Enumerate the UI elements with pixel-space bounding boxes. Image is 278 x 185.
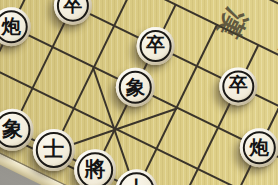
piece-black-卒[interactable]: 卒: [219, 67, 257, 105]
piece-ring: 士: [119, 172, 155, 185]
piece-ring: 炮: [0, 10, 28, 43]
piece-black-象[interactable]: 象: [116, 68, 155, 107]
piece-ring: 將: [77, 152, 113, 185]
piece-ring: 士: [36, 132, 72, 168]
piece-glyph: 象: [126, 78, 146, 98]
piece-glyph: 將: [85, 160, 106, 181]
piece-ring: 卒: [140, 30, 172, 62]
piece-glyph: 卒: [63, 0, 82, 15]
piece-black-士[interactable]: 士: [33, 129, 75, 171]
piece-ring: 象: [0, 112, 30, 148]
photo-scene: 楚河漢界車馬象士將士馬車象炮炮卒卒卒卒卒車馬相仕帥仕相馬車炮炮兵兵兵兵兵: [0, 0, 278, 185]
piece-glyph: 象: [2, 119, 23, 140]
piece-glyph: 卒: [146, 37, 165, 56]
piece-black-卒[interactable]: 卒: [137, 27, 175, 65]
piece-glyph: 炮: [250, 138, 270, 158]
piece-ring: 炮: [243, 131, 276, 164]
piece-glyph: 士: [43, 139, 64, 160]
piece-ring: 象: [119, 71, 152, 104]
piece-black-將[interactable]: 將: [74, 149, 116, 185]
piece-glyph: 士: [126, 180, 147, 185]
piece-glyph: 卒: [229, 77, 248, 96]
piece-ring: 卒: [57, 0, 89, 22]
xiangqi-board: 楚河漢界車馬象士將士馬車象炮炮卒卒卒卒卒車馬相仕帥仕相馬車炮炮兵兵兵兵兵: [0, 0, 278, 185]
piece-glyph: 炮: [2, 17, 22, 37]
piece-ring: 卒: [222, 70, 254, 102]
piece-black-炮[interactable]: 炮: [240, 128, 278, 167]
